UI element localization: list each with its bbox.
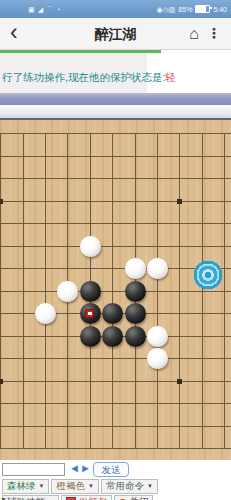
intersection-c9-r3[interactable] [124, 190, 146, 213]
intersection-c6-r14[interactable] [57, 437, 79, 460]
intersection-c12-r13[interactable] [191, 415, 213, 438]
status-right-cluster: ◉◷▥ 85% 5:40 [157, 0, 227, 18]
intersection-c5-r6[interactable] [34, 257, 56, 280]
intersection-c12-r2[interactable] [191, 167, 213, 190]
prev-arrow-icon[interactable]: ◄ [69, 462, 80, 474]
intersection-c7-r1[interactable] [79, 145, 101, 168]
intersection-c9-r14[interactable] [124, 437, 146, 460]
intersection-c11-r13[interactable] [169, 415, 191, 438]
intersection-c8-r6[interactable] [101, 257, 123, 280]
intersection-c7-r6[interactable] [79, 257, 101, 280]
intersection-c3-r5[interactable] [0, 235, 12, 258]
wifi-icon: ⌒ [46, 6, 53, 13]
intersection-c9-r7[interactable] [124, 280, 146, 303]
intersection-c10-r2[interactable] [146, 167, 168, 190]
intersection-c11-r11[interactable] [169, 370, 191, 393]
power-save-icon: ▥ [169, 6, 176, 13]
intersection-c9-r12[interactable] [124, 392, 146, 415]
intersection-c8-r7[interactable] [101, 280, 123, 303]
intersection-c7-r0[interactable] [79, 122, 101, 145]
red-packet-icon [66, 497, 76, 500]
intersection-c13-r14[interactable] [213, 437, 231, 460]
intersection-c10-r10[interactable] [146, 347, 168, 370]
intersection-c4-r12[interactable] [12, 392, 34, 415]
color-dropdown-row: 森林绿▼橙褐色▼常用命令▼ [2, 479, 158, 494]
chevron-down-icon: ▼ [147, 479, 153, 493]
next-arrow-icon[interactable]: ► [80, 462, 91, 474]
intersection-c5-r14[interactable] [34, 437, 56, 460]
nav-bar: ‹ 醉江湖 ⌂ ⋮ [0, 18, 231, 50]
intersection-c13-r4[interactable] [213, 212, 231, 235]
intersection-c7-r7[interactable] [79, 280, 101, 303]
intersection-c3-r9[interactable] [0, 325, 12, 348]
function-button-0[interactable]: 辅助功能▼ [2, 495, 59, 500]
function-button-label: 辅助功能 [7, 495, 45, 500]
intersection-c4-r14[interactable] [12, 437, 34, 460]
intersection-c4-r11[interactable] [12, 370, 34, 393]
intersection-c3-r13[interactable] [0, 415, 12, 438]
white-stone[interactable] [147, 348, 168, 369]
intersection-c10-r9[interactable] [146, 325, 168, 348]
intersection-c9-r8[interactable] [124, 302, 146, 325]
intersection-c3-r0[interactable] [0, 122, 12, 145]
intersection-c13-r8[interactable] [213, 302, 231, 325]
eye-icon: ◉ [157, 6, 163, 13]
intersection-c7-r13[interactable] [79, 415, 101, 438]
intersection-c4-r13[interactable] [12, 415, 34, 438]
intersection-c11-r9[interactable] [169, 325, 191, 348]
intersection-c10-r12[interactable] [146, 392, 168, 415]
intersection-c4-r8[interactable] [12, 302, 34, 325]
intersection-c3-r2[interactable] [0, 167, 12, 190]
intersection-c4-r2[interactable] [12, 167, 34, 190]
function-button-1[interactable]: 发红包 [61, 495, 113, 500]
function-button-label: 关闭 [129, 495, 148, 500]
intersection-c13-r11[interactable] [213, 370, 231, 393]
intersection-c6-r11[interactable] [57, 370, 79, 393]
chat-input[interactable] [2, 463, 65, 476]
intersection-c13-r1[interactable] [213, 145, 231, 168]
intersection-c6-r2[interactable] [57, 167, 79, 190]
intersection-c8-r13[interactable] [101, 415, 123, 438]
intersection-c4-r5[interactable] [12, 235, 34, 258]
intersection-c10-r14[interactable] [146, 437, 168, 460]
intersection-c11-r14[interactable] [169, 437, 191, 460]
black-stone[interactable] [80, 303, 101, 324]
intersection-c8-r14[interactable] [101, 437, 123, 460]
intersection-c12-r4[interactable] [191, 212, 213, 235]
intersection-c11-r8[interactable] [169, 302, 191, 325]
intersection-c8-r8[interactable] [101, 302, 123, 325]
intersection-c4-r9[interactable] [12, 325, 34, 348]
intersection-c6-r8[interactable] [57, 302, 79, 325]
intersection-c10-r0[interactable] [146, 122, 168, 145]
app-screen: ▣◢⌒◔ ◉◷▥ 85% 5:40 ‹ 醉江湖 ⌂ ⋮ 行了练功操作,现在他的保… [0, 0, 231, 500]
intersection-c11-r4[interactable] [169, 212, 191, 235]
white-stone[interactable] [80, 236, 101, 257]
intersection-c8-r0[interactable] [101, 122, 123, 145]
intersection-c7-r5[interactable] [79, 235, 101, 258]
intersection-c13-r12[interactable] [213, 392, 231, 415]
clipped-caret: ▼ [0, 496, 7, 500]
white-stone[interactable] [35, 303, 56, 324]
intersection-c10-r5[interactable] [146, 235, 168, 258]
intersection-c6-r7[interactable] [57, 280, 79, 303]
intersection-c7-r4[interactable] [79, 212, 101, 235]
intersection-c3-r11[interactable] [0, 370, 12, 393]
chevron-down-icon: ▼ [48, 495, 54, 500]
intersection-c8-r1[interactable] [101, 145, 123, 168]
intersection-c10-r7[interactable] [146, 280, 168, 303]
intersection-c8-r5[interactable] [101, 235, 123, 258]
intersection-c5-r4[interactable] [34, 212, 56, 235]
status-bar: ▣◢⌒◔ ◉◷▥ 85% 5:40 [0, 0, 231, 18]
intersection-c4-r10[interactable] [12, 347, 34, 370]
intersection-c7-r2[interactable] [79, 167, 101, 190]
intersection-c5-r7[interactable] [34, 280, 56, 303]
intersection-c5-r8[interactable] [34, 302, 56, 325]
battery-icon [195, 5, 210, 13]
function-row: 辅助功能▼发红包关闭 [2, 495, 153, 500]
clock-text: 5:40 [213, 6, 227, 13]
black-stone[interactable] [80, 326, 101, 347]
intersection-c3-r8[interactable] [0, 302, 12, 325]
intersection-c9-r6[interactable] [124, 257, 146, 280]
intersection-c12-r5[interactable] [191, 235, 213, 258]
intersection-c6-r4[interactable] [57, 212, 79, 235]
alarm-icon: ◷ [163, 6, 169, 13]
intersection-c12-r10[interactable] [191, 347, 213, 370]
star-point [0, 379, 3, 384]
signal-icon: ◢ [38, 6, 43, 13]
message-area: 行了练功操作,现在他的保护状态是:轻 [0, 53, 231, 94]
intersection-c12-r11[interactable] [191, 370, 213, 393]
intersection-c9-r4[interactable] [124, 212, 146, 235]
intersection-c11-r7[interactable] [169, 280, 191, 303]
intersection-c12-r9[interactable] [191, 325, 213, 348]
intersection-c13-r5[interactable] [213, 235, 231, 258]
intersection-c10-r3[interactable] [146, 190, 168, 213]
intersection-c12-r8[interactable] [191, 302, 213, 325]
white-stone[interactable] [125, 258, 146, 279]
intersection-c8-r4[interactable] [101, 212, 123, 235]
intersection-c6-r9[interactable] [57, 325, 79, 348]
white-stone[interactable] [147, 326, 168, 347]
white-stone[interactable] [57, 281, 78, 302]
intersection-c5-r11[interactable] [34, 370, 56, 393]
intersection-c13-r13[interactable] [213, 415, 231, 438]
intersection-c10-r13[interactable] [146, 415, 168, 438]
intersection-c11-r12[interactable] [169, 392, 191, 415]
intersection-c6-r0[interactable] [57, 122, 79, 145]
intersection-c11-r2[interactable] [169, 167, 191, 190]
intersection-c5-r13[interactable] [34, 415, 56, 438]
intersection-c3-r14[interactable] [0, 437, 12, 460]
intersection-c7-r3[interactable] [79, 190, 101, 213]
intersection-c4-r4[interactable] [12, 212, 34, 235]
intersection-c7-r14[interactable] [79, 437, 101, 460]
intersection-c12-r1[interactable] [191, 145, 213, 168]
last-move-marker-icon [85, 309, 94, 318]
intersection-c8-r2[interactable] [101, 167, 123, 190]
bottom-toolbar: ◄ ► 发送 森林绿▼橙褐色▼常用命令▼ 辅助功能▼发红包关闭 ▼ [0, 460, 231, 500]
home-icon[interactable]: ⌂ [189, 25, 199, 43]
message-icon: ▣ [28, 6, 35, 13]
intersection-c5-r5[interactable] [34, 235, 56, 258]
intersection-c6-r12[interactable] [57, 392, 79, 415]
intersection-c12-r14[interactable] [191, 437, 213, 460]
intersection-c5-r0[interactable] [34, 122, 56, 145]
status-message-highlight: 轻 [165, 71, 176, 83]
dropdown-label: 橙褐色 [56, 479, 85, 493]
intersection-c9-r13[interactable] [124, 415, 146, 438]
intersection-c6-r6[interactable] [57, 257, 79, 280]
intersection-c7-r8[interactable] [79, 302, 101, 325]
intersection-c6-r13[interactable] [57, 415, 79, 438]
intersection-c4-r6[interactable] [12, 257, 34, 280]
intersection-c3-r1[interactable] [0, 145, 12, 168]
intersection-c10-r6[interactable] [146, 257, 168, 280]
intersection-c5-r9[interactable] [34, 325, 56, 348]
intersection-c11-r6[interactable] [169, 257, 191, 280]
intersection-c10-r11[interactable] [146, 370, 168, 393]
intersection-c11-r3[interactable] [169, 190, 191, 213]
intersection-c5-r3[interactable] [34, 190, 56, 213]
status-message: 行了练功操作,现在他的保护状态是:轻 [2, 71, 176, 84]
intersection-c8-r11[interactable] [101, 370, 123, 393]
dropdown-label: 森林绿 [7, 479, 36, 493]
alarm-icon: ◔ [56, 6, 60, 13]
function-button-label: 发红包 [79, 495, 108, 500]
intersection-c5-r10[interactable] [34, 347, 56, 370]
intersection-c10-r1[interactable] [146, 145, 168, 168]
intersection-c12-r3[interactable] [191, 190, 213, 213]
intersection-c11-r0[interactable] [169, 122, 191, 145]
intersection-c4-r1[interactable] [12, 145, 34, 168]
intersection-c13-r2[interactable] [213, 167, 231, 190]
intersection-c7-r12[interactable] [79, 392, 101, 415]
intersection-c10-r4[interactable] [146, 212, 168, 235]
intersection-c6-r10[interactable] [57, 347, 79, 370]
intersection-c13-r3[interactable] [213, 190, 231, 213]
intersection-c3-r3[interactable] [0, 190, 12, 213]
star-point [177, 199, 182, 204]
intersection-c11-r1[interactable] [169, 145, 191, 168]
gomoku-board[interactable] [0, 122, 231, 460]
chevron-down-icon: ▼ [39, 479, 45, 493]
intersection-c6-r5[interactable] [57, 235, 79, 258]
intersection-c8-r3[interactable] [101, 190, 123, 213]
intersection-c11-r10[interactable] [169, 347, 191, 370]
intersection-c5-r2[interactable] [34, 167, 56, 190]
intersection-c5-r1[interactable] [34, 145, 56, 168]
star-point [177, 379, 182, 384]
intersection-c5-r12[interactable] [34, 392, 56, 415]
status-right-icons: ◉◷▥ [157, 5, 176, 14]
status-left-icons: ▣◢⌒◔ [28, 0, 60, 18]
intersection-c3-r4[interactable] [0, 212, 12, 235]
intersection-c7-r9[interactable] [79, 325, 101, 348]
intersection-c4-r7[interactable] [12, 280, 34, 303]
dropdown-commands[interactable]: 常用命令▼ [101, 479, 158, 494]
intersection-c13-r10[interactable] [213, 347, 231, 370]
intersection-c9-r5[interactable] [124, 235, 146, 258]
intersection-c12-r12[interactable] [191, 392, 213, 415]
intersection-c9-r10[interactable] [124, 347, 146, 370]
intersection-c11-r5[interactable] [169, 235, 191, 258]
intersection-c13-r0[interactable] [213, 122, 231, 145]
intersection-c9-r11[interactable] [124, 370, 146, 393]
intersection-c10-r8[interactable] [146, 302, 168, 325]
intersection-c9-r2[interactable] [124, 167, 146, 190]
intersection-c4-r3[interactable] [12, 190, 34, 213]
black-stone[interactable] [125, 303, 146, 324]
intersection-c8-r9[interactable] [101, 325, 123, 348]
intersection-c7-r11[interactable] [79, 370, 101, 393]
intersection-c8-r12[interactable] [101, 392, 123, 415]
send-button[interactable]: 发送 [93, 462, 129, 477]
chevron-down-icon: ▼ [88, 479, 94, 493]
battery-percent: 85% [178, 6, 192, 13]
menu-dots-icon[interactable]: ⋮ [207, 25, 221, 41]
dropdown-color-1[interactable]: 橙褐色▼ [51, 479, 98, 494]
intersection-c9-r0[interactable] [124, 122, 146, 145]
status-message-text: 行了练功操作,现在他的保护状态是: [2, 71, 165, 83]
board-top-strip [0, 105, 231, 120]
black-stone[interactable] [125, 281, 146, 302]
black-stone[interactable] [80, 281, 101, 302]
black-stone[interactable] [125, 326, 146, 347]
intersection-c8-r10[interactable] [101, 347, 123, 370]
intersection-c12-r0[interactable] [191, 122, 213, 145]
intersection-c9-r1[interactable] [124, 145, 146, 168]
target-cursor-icon[interactable] [193, 260, 223, 290]
intersection-c13-r9[interactable] [213, 325, 231, 348]
intersection-c3-r6[interactable] [0, 257, 12, 280]
black-stone[interactable] [102, 326, 123, 347]
intersection-c3-r12[interactable] [0, 392, 12, 415]
function-button-2[interactable]: 关闭 [114, 495, 153, 500]
intersection-c3-r10[interactable] [0, 347, 12, 370]
star-point [0, 199, 3, 204]
intersection-c7-r10[interactable] [79, 347, 101, 370]
dropdown-label: 常用命令 [106, 479, 144, 493]
white-stone[interactable] [147, 258, 168, 279]
intersection-c4-r0[interactable] [12, 122, 34, 145]
board-viewport[interactable] [0, 120, 231, 460]
intersection-c6-r3[interactable] [57, 190, 79, 213]
black-stone[interactable] [102, 303, 123, 324]
purple-divider-bar [0, 93, 231, 105]
dropdown-color-0[interactable]: 森林绿▼ [2, 479, 49, 494]
intersection-c3-r7[interactable] [0, 280, 12, 303]
intersection-c9-r9[interactable] [124, 325, 146, 348]
intersection-c6-r1[interactable] [57, 145, 79, 168]
